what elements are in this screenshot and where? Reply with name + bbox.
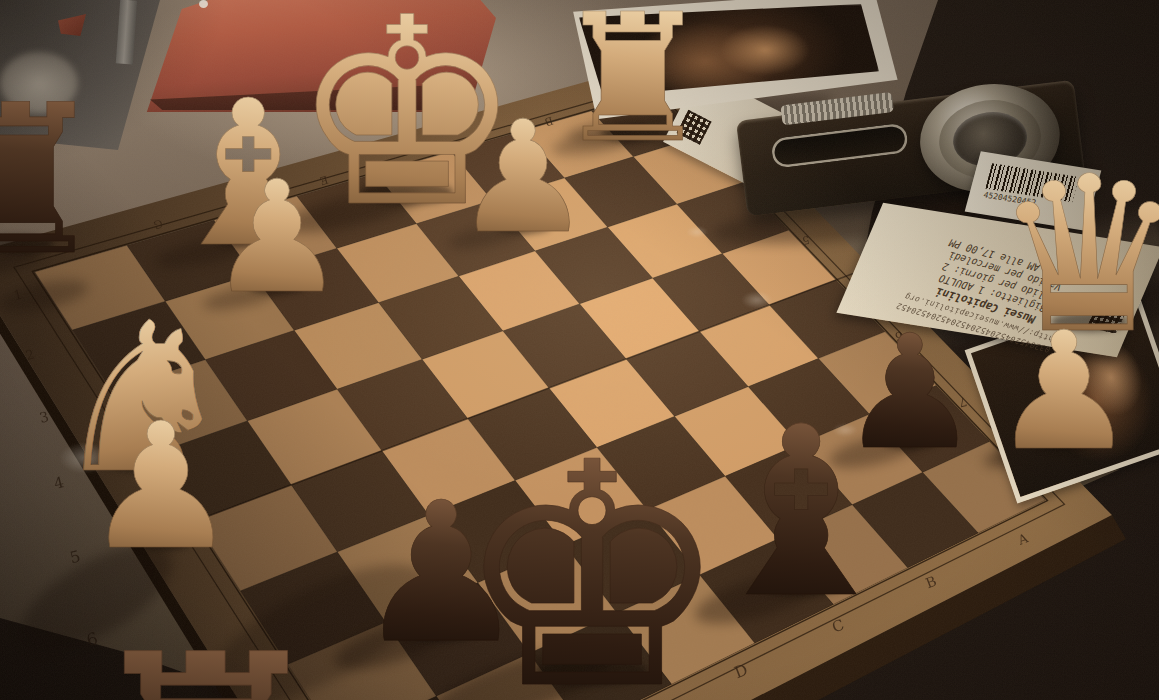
piece-white-pawn-c2[interactable]: ♟ <box>454 101 593 256</box>
piece-white-pawn-captured[interactable]: ♟ <box>991 311 1137 474</box>
chess-scene: 123456DCBAGFECB45678 45204520452 0320452… <box>0 0 1159 700</box>
piece-white-pawn-h5[interactable]: ♟ <box>83 401 239 575</box>
piece-black-king-f8[interactable]: ♚ <box>453 423 730 700</box>
piece-black-rook-captured-bottom[interactable]: ♜ <box>76 617 336 700</box>
piece-black-rook-captured-left[interactable]: ♜ <box>0 77 109 284</box>
